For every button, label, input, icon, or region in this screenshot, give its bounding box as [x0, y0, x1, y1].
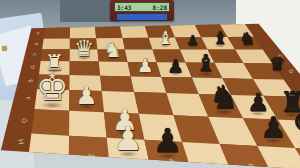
board-coordinate-label: 6: [246, 163, 255, 168]
chess-piece-black-king-g8: ♚: [291, 102, 300, 145]
board-polygon: [99, 62, 131, 77]
photo-scene: ABCDEFGH12345678CDE ♚♛♜♝♞♟♟♟♟♚♜♝♝♞♞♟♟♟♟♟…: [0, 0, 300, 168]
clock-right-time: 8:28: [153, 4, 167, 11]
chess-piece-white-king-f1: ♚: [36, 71, 69, 108]
board-polygon: [123, 38, 153, 50]
chess-clock: 3:43 8:28: [110, 0, 174, 21]
board-polygon: [100, 76, 134, 92]
clock-blue-band: [117, 14, 167, 20]
board-coordinate-label: 7: [286, 165, 295, 168]
clock-left-time: 3:43: [117, 4, 131, 11]
board-polygon: [70, 61, 101, 76]
board-coordinate-label: 1: [47, 150, 56, 155]
chess-piece-black-bishop-b7: ♝: [212, 31, 228, 49]
chess-piece-black-pawn-h4: ♟: [153, 125, 183, 158]
chess-piece-black-pawn-d5: ♟: [167, 57, 184, 75]
chess-piece-black-queen-captured-offboard: ♛: [269, 55, 285, 73]
board-polygon: [31, 109, 69, 135]
chess-piece-white-pawn-f2: ♟: [75, 84, 97, 109]
chess-piece-black-pawn-b6: ♟: [187, 34, 199, 48]
chess-piece-black-pawn-g7: ♟: [260, 114, 286, 143]
board-polygon: [120, 26, 149, 38]
board-polygon: [44, 28, 70, 39]
chess-piece-white-pawn-d4: ♟: [137, 57, 154, 75]
chess-piece-white-bishop-b5: ♝: [158, 31, 174, 49]
chess-piece-white-knight-c3: ♞: [103, 40, 122, 61]
board-polygon: [95, 27, 123, 39]
board-polygon: [131, 76, 167, 93]
board-coordinate-label: 5: [206, 160, 215, 165]
board-polygon: [42, 38, 70, 49]
chess-piece-black-knight-f6: ♞: [209, 82, 238, 114]
chess-piece-black-knight-b8: ♞: [239, 30, 255, 48]
board-coordinate-label: 2: [86, 153, 95, 158]
clock-display: 3:43 8:28: [114, 2, 170, 12]
chess-piece-white-queen-c2: ♛: [74, 38, 94, 61]
chess-piece-black-bishop-d6: ♝: [195, 53, 216, 77]
board-polygon: [69, 111, 107, 138]
chess-piece-white-pawn-h3: ♟: [113, 123, 143, 156]
